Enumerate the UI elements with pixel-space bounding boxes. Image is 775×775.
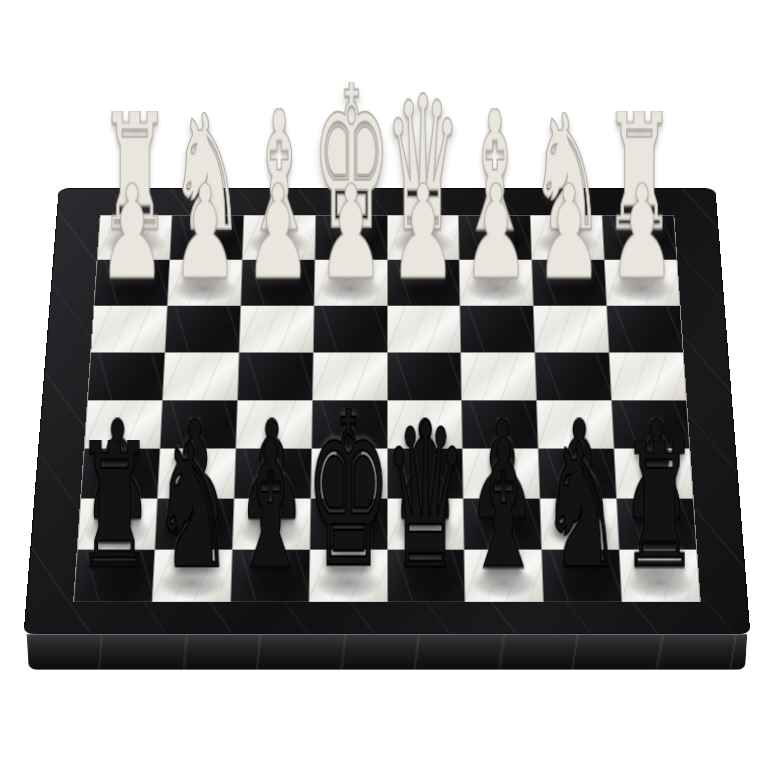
white-pawn: ♟: [609, 182, 675, 283]
black-queen: ♛: [384, 419, 468, 576]
board-front-edge: [27, 634, 748, 669]
square-h2: ♟: [94, 260, 169, 305]
black-bishop: ♝: [466, 436, 542, 576]
square-f3: [239, 306, 313, 352]
square-a3: [607, 306, 682, 352]
white-pawn: ♟: [536, 182, 602, 283]
black-bishop: ♝: [232, 436, 308, 576]
square-e3: [313, 306, 386, 352]
square-h8: ♜: [74, 550, 154, 602]
white-pawn: ♟: [172, 182, 238, 283]
square-c8: ♝: [465, 550, 543, 602]
white-pawn: ♟: [245, 182, 311, 283]
square-g8: ♞: [153, 550, 232, 602]
white-pawn: ♟: [99, 182, 165, 283]
square-d3: [388, 306, 461, 352]
square-b3: [534, 306, 609, 352]
square-e2: ♟: [314, 260, 386, 305]
white-pawn: ♟: [463, 182, 529, 283]
black-rook: ♜: [75, 439, 153, 575]
chess-board: ♜♞♝♚♛♝♞♜♟♟♟♟♟♟♟♟♟♟♟♟♟♟♟♟♜♞♝♚♛♝♞♜: [24, 188, 751, 634]
square-g2: ♟: [168, 260, 242, 305]
square-d2: ♟: [388, 260, 460, 305]
black-rook: ♜: [620, 439, 698, 575]
black-king: ♚: [305, 408, 391, 576]
square-c3: [461, 306, 535, 352]
square-h3: [91, 306, 166, 352]
product-photo-scene: ♜♞♝♚♛♝♞♜♟♟♟♟♟♟♟♟♟♟♟♟♟♟♟♟♜♞♝♚♛♝♞♜: [0, 0, 775, 775]
square-a8: ♜: [620, 550, 700, 602]
white-pawn: ♟: [390, 182, 456, 283]
black-knight: ♞: [151, 440, 233, 576]
square-b2: ♟: [532, 260, 606, 305]
square-f8: ♝: [231, 550, 309, 602]
black-knight: ♞: [541, 440, 623, 576]
square-g3: [165, 306, 240, 352]
square-d8: ♛: [388, 550, 465, 602]
square-e8: ♚: [309, 550, 386, 602]
square-a2: ♟: [605, 260, 680, 305]
square-f2: ♟: [241, 260, 314, 305]
square-b8: ♞: [542, 550, 621, 602]
white-pawn: ♟: [317, 182, 383, 283]
board-grid: ♜♞♝♚♛♝♞♜♟♟♟♟♟♟♟♟♟♟♟♟♟♟♟♟♜♞♝♚♛♝♞♜: [73, 215, 701, 603]
square-c2: ♟: [460, 260, 533, 305]
